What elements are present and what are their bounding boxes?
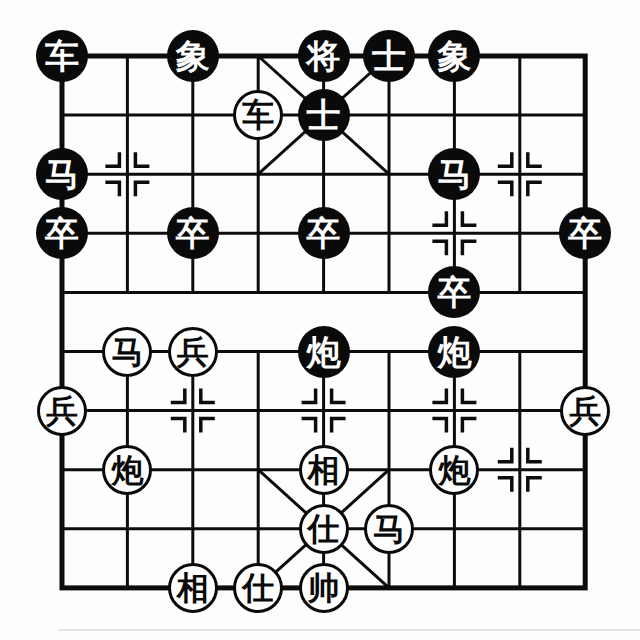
piece-red-general-f5r9[interactable]: 帅 <box>299 563 349 613</box>
piece-black-horse-f1r2[interactable]: 马 <box>36 148 88 200</box>
piece-black-cannon-f7r5[interactable]: 炮 <box>428 326 480 378</box>
piece-red-chariot-f4r1[interactable]: 车 <box>233 90 283 140</box>
piece-red-soldier-f1r6[interactable]: 兵 <box>37 386 87 436</box>
pieces-layer: 车象将士象车士马马卒卒卒卒卒马兵炮炮兵兵炮相炮仕马相仕帅 <box>0 0 640 640</box>
piece-black-horse-f7r2[interactable]: 马 <box>428 148 480 200</box>
piece-black-general-f5r0[interactable]: 将 <box>298 30 350 82</box>
piece-red-cannon-f2r7[interactable]: 炮 <box>102 445 152 495</box>
piece-black-chariot-f1r0[interactable]: 车 <box>36 30 88 82</box>
piece-black-soldier-f9r3[interactable]: 卒 <box>559 207 611 259</box>
piece-black-soldier-f3r3[interactable]: 卒 <box>167 207 219 259</box>
piece-black-cannon-f5r5[interactable]: 炮 <box>298 326 350 378</box>
piece-red-soldier-f3r5[interactable]: 兵 <box>168 327 218 377</box>
piece-red-advisor-f5r8[interactable]: 仕 <box>299 504 349 554</box>
piece-red-elephant-f3r9[interactable]: 相 <box>168 563 218 613</box>
piece-black-advisor-f5r1[interactable]: 士 <box>298 89 350 141</box>
piece-black-soldier-f5r3[interactable]: 卒 <box>298 207 350 259</box>
piece-black-advisor-f6r0[interactable]: 士 <box>363 30 415 82</box>
scan-artifact-line <box>58 629 640 631</box>
xiangqi-diagram: 车象将士象车士马马卒卒卒卒卒马兵炮炮兵兵炮相炮仕马相仕帅 <box>0 0 640 640</box>
piece-black-soldier-f7r4[interactable]: 卒 <box>428 266 480 318</box>
piece-red-horse-f6r8[interactable]: 马 <box>364 504 414 554</box>
piece-red-elephant-f5r7[interactable]: 相 <box>299 445 349 495</box>
piece-red-horse-f2r5[interactable]: 马 <box>102 327 152 377</box>
piece-black-elephant-f3r0[interactable]: 象 <box>167 30 219 82</box>
piece-red-advisor-f4r9[interactable]: 仕 <box>233 563 283 613</box>
piece-black-elephant-f7r0[interactable]: 象 <box>428 30 480 82</box>
piece-red-cannon-f7r7[interactable]: 炮 <box>429 445 479 495</box>
piece-black-soldier-f1r3[interactable]: 卒 <box>36 207 88 259</box>
piece-red-soldier-f9r6[interactable]: 兵 <box>560 386 610 436</box>
